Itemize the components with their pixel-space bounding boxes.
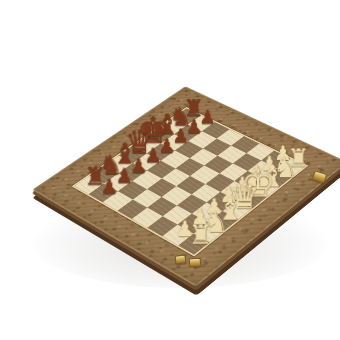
brass-clasp-front-left xyxy=(175,254,187,264)
brass-clasp-front-right xyxy=(189,258,202,268)
perspective-stage: ♜♞♝♛♚♝♞♜♟♟♟♟♟♟♟♟♟♟♟♟♟♟♟♟♜♞♝♛♚♝♞♜ xyxy=(0,0,340,340)
white-rook-a1: ♜ xyxy=(177,221,224,248)
black-pawn-a7: ♟ xyxy=(87,176,132,196)
square-a1: ♜ xyxy=(178,234,209,255)
product-photo-scene: Handcrafted carved walnut folding chess … xyxy=(0,0,340,340)
carved-walnut-border: ♜♞♝♛♚♝♞♜♟♟♟♟♟♟♟♟♟♟♟♟♟♟♟♟♜♞♝♛♚♝♞♜ xyxy=(32,86,340,286)
chess-board: ♜♞♝♛♚♝♞♜♟♟♟♟♟♟♟♟♟♟♟♟♟♟♟♟♜♞♝♛♚♝♞♜ xyxy=(32,86,340,286)
